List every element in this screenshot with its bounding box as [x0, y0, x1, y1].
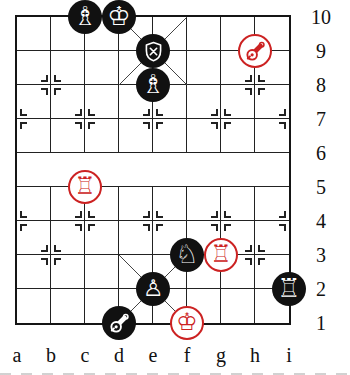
rank-label-4: 4: [303, 209, 339, 233]
cannon-icon: [107, 311, 132, 336]
pieces-layer: ♗♔♗♖♘♖♙♖♔: [0, 0, 350, 375]
rank-label-6: 6: [303, 141, 339, 165]
file-label-f: f: [175, 344, 199, 366]
rook-glyph: ♖: [210, 242, 232, 266]
horse-glyph: ♘: [175, 241, 198, 267]
file-label-c: c: [73, 344, 97, 366]
rook-glyph: ♖: [277, 275, 300, 301]
file-label-a: a: [5, 344, 29, 366]
piece-black-king-d10[interactable]: ♔: [102, 0, 136, 34]
file-label-d: d: [107, 344, 131, 366]
elephant-glyph: ♗: [141, 71, 164, 97]
piece-black-elephant-c10[interactable]: ♗: [68, 0, 102, 34]
rank-label-10: 10: [303, 5, 339, 29]
piece-red-king-f1[interactable]: ♔: [170, 306, 204, 340]
king-glyph: ♔: [176, 310, 198, 334]
file-label-e: e: [141, 344, 165, 366]
piece-red-rook-c5[interactable]: ♖: [68, 170, 102, 204]
rank-label-3: 3: [303, 243, 339, 267]
elephant-glyph: ♗: [73, 3, 96, 29]
piece-red-cannon-h9[interactable]: [238, 34, 272, 68]
rank-label-7: 7: [303, 107, 339, 131]
rank-label-1: 1: [303, 311, 339, 335]
file-label-i: i: [277, 344, 301, 366]
file-label-h: h: [243, 344, 267, 366]
piece-black-cannon-d1[interactable]: [102, 306, 136, 340]
piece-black-horse-f3[interactable]: ♘: [170, 238, 204, 272]
piece-black-advisor-e9[interactable]: [136, 34, 170, 68]
file-label-b: b: [39, 344, 63, 366]
piece-black-elephant-e8[interactable]: ♗: [136, 68, 170, 102]
king-glyph: ♔: [107, 3, 130, 29]
soldier-glyph: ♙: [143, 277, 164, 300]
rank-label-2: 2: [303, 277, 339, 301]
file-label-g: g: [209, 344, 233, 366]
piece-black-rook-i2[interactable]: ♖: [272, 272, 306, 306]
shield-x-icon: [142, 40, 165, 63]
rank-label-5: 5: [303, 175, 339, 199]
piece-red-rook-g3[interactable]: ♖: [204, 238, 238, 272]
xiangqi-diagram: ♗♔♗♖♘♖♙♖♔ abcdefghi 10987654321: [0, 0, 350, 375]
rank-label-8: 8: [303, 73, 339, 97]
rank-label-9: 9: [303, 39, 339, 63]
cannon-icon: [243, 39, 268, 64]
piece-black-soldier-e2[interactable]: ♙: [136, 272, 170, 306]
rook-glyph: ♖: [74, 174, 96, 198]
